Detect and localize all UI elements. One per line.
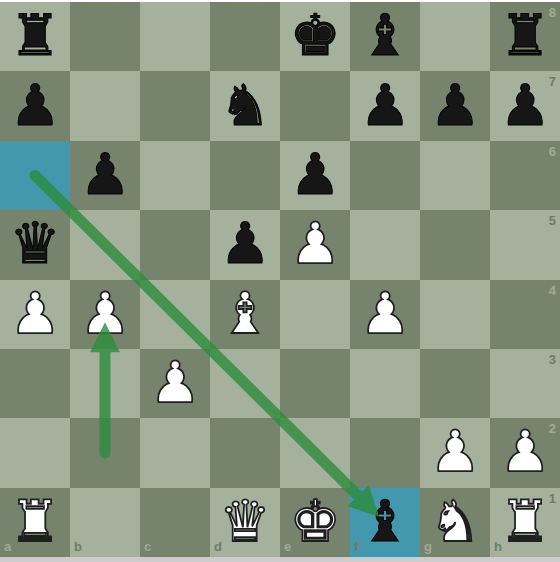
white-rook[interactable]: ♜ bbox=[499, 493, 550, 550]
square-e1[interactable]: e♚ bbox=[280, 488, 350, 557]
black-bishop[interactable]: ♝ bbox=[359, 7, 410, 64]
white-pawn[interactable]: ♟ bbox=[359, 285, 410, 342]
square-b1[interactable]: b bbox=[70, 488, 140, 557]
square-b2[interactable] bbox=[70, 418, 140, 487]
square-d6[interactable] bbox=[210, 141, 280, 210]
square-a6[interactable] bbox=[0, 141, 70, 210]
white-knight[interactable]: ♞ bbox=[429, 493, 480, 550]
white-pawn[interactable]: ♟ bbox=[9, 285, 60, 342]
chess-board: ♜♚♝8♜♟♞♟♟7♟♟♟6♛♟♟5♟♟♝♟4♟3♟2♟a♜bcd♛e♚f♝g♞… bbox=[0, 2, 560, 557]
square-e2[interactable] bbox=[280, 418, 350, 487]
black-pawn[interactable]: ♟ bbox=[79, 146, 130, 203]
square-e3[interactable] bbox=[280, 349, 350, 418]
square-f2[interactable] bbox=[350, 418, 420, 487]
black-queen[interactable]: ♛ bbox=[9, 215, 60, 272]
screenshot-bottom-border bbox=[0, 557, 560, 562]
square-a1[interactable]: a♜ bbox=[0, 488, 70, 557]
black-pawn[interactable]: ♟ bbox=[499, 77, 550, 134]
square-g5[interactable] bbox=[420, 210, 490, 279]
square-a3[interactable] bbox=[0, 349, 70, 418]
square-c8[interactable] bbox=[140, 2, 210, 71]
square-g6[interactable] bbox=[420, 141, 490, 210]
square-f8[interactable]: ♝ bbox=[350, 2, 420, 71]
square-b4[interactable]: ♟ bbox=[70, 280, 140, 349]
square-g2[interactable]: ♟ bbox=[420, 418, 490, 487]
square-a4[interactable]: ♟ bbox=[0, 280, 70, 349]
square-f5[interactable] bbox=[350, 210, 420, 279]
black-rook[interactable]: ♜ bbox=[499, 7, 550, 64]
square-e5[interactable]: ♟ bbox=[280, 210, 350, 279]
square-d1[interactable]: d♛ bbox=[210, 488, 280, 557]
square-b6[interactable]: ♟ bbox=[70, 141, 140, 210]
black-pawn[interactable]: ♟ bbox=[429, 77, 480, 134]
square-c2[interactable] bbox=[140, 418, 210, 487]
board-squares: ♜♚♝8♜♟♞♟♟7♟♟♟6♛♟♟5♟♟♝♟4♟3♟2♟a♜bcd♛e♚f♝g♞… bbox=[0, 2, 560, 557]
square-b5[interactable] bbox=[70, 210, 140, 279]
black-king[interactable]: ♚ bbox=[289, 7, 340, 64]
square-h1[interactable]: h1♜ bbox=[490, 488, 560, 557]
white-pawn[interactable]: ♟ bbox=[79, 285, 130, 342]
black-rook[interactable]: ♜ bbox=[9, 7, 60, 64]
square-a8[interactable]: ♜ bbox=[0, 2, 70, 71]
white-pawn[interactable]: ♟ bbox=[149, 354, 200, 411]
square-h3[interactable]: 3 bbox=[490, 349, 560, 418]
square-d4[interactable]: ♝ bbox=[210, 280, 280, 349]
square-b7[interactable] bbox=[70, 71, 140, 140]
square-b8[interactable] bbox=[70, 2, 140, 71]
square-h2[interactable]: 2♟ bbox=[490, 418, 560, 487]
square-f4[interactable]: ♟ bbox=[350, 280, 420, 349]
square-d5[interactable]: ♟ bbox=[210, 210, 280, 279]
black-pawn[interactable]: ♟ bbox=[289, 146, 340, 203]
square-f6[interactable] bbox=[350, 141, 420, 210]
white-pawn[interactable]: ♟ bbox=[499, 423, 550, 480]
square-c4[interactable] bbox=[140, 280, 210, 349]
black-pawn[interactable]: ♟ bbox=[219, 215, 270, 272]
square-c6[interactable] bbox=[140, 141, 210, 210]
square-d3[interactable] bbox=[210, 349, 280, 418]
black-pawn[interactable]: ♟ bbox=[9, 77, 60, 134]
square-d2[interactable] bbox=[210, 418, 280, 487]
white-queen[interactable]: ♛ bbox=[219, 493, 270, 550]
square-f1[interactable]: f♝ bbox=[350, 488, 420, 557]
square-c3[interactable]: ♟ bbox=[140, 349, 210, 418]
square-h8[interactable]: 8♜ bbox=[490, 2, 560, 71]
square-d7[interactable]: ♞ bbox=[210, 71, 280, 140]
square-a2[interactable] bbox=[0, 418, 70, 487]
file-label-b: b bbox=[74, 540, 82, 553]
black-knight[interactable]: ♞ bbox=[219, 77, 270, 134]
square-g3[interactable] bbox=[420, 349, 490, 418]
square-g4[interactable] bbox=[420, 280, 490, 349]
square-e8[interactable]: ♚ bbox=[280, 2, 350, 71]
square-b3[interactable] bbox=[70, 349, 140, 418]
square-e6[interactable]: ♟ bbox=[280, 141, 350, 210]
square-c1[interactable]: c bbox=[140, 488, 210, 557]
rank-label-6: 6 bbox=[549, 145, 556, 158]
square-f3[interactable] bbox=[350, 349, 420, 418]
square-e4[interactable] bbox=[280, 280, 350, 349]
rank-label-5: 5 bbox=[549, 214, 556, 227]
square-g1[interactable]: g♞ bbox=[420, 488, 490, 557]
square-f7[interactable]: ♟ bbox=[350, 71, 420, 140]
rank-label-4: 4 bbox=[549, 284, 556, 297]
white-pawn[interactable]: ♟ bbox=[289, 215, 340, 272]
rank-label-3: 3 bbox=[549, 353, 556, 366]
square-d8[interactable] bbox=[210, 2, 280, 71]
white-rook[interactable]: ♜ bbox=[9, 493, 60, 550]
black-pawn[interactable]: ♟ bbox=[359, 77, 410, 134]
white-king[interactable]: ♚ bbox=[289, 493, 340, 550]
square-h4[interactable]: 4 bbox=[490, 280, 560, 349]
square-h6[interactable]: 6 bbox=[490, 141, 560, 210]
file-label-f: f bbox=[354, 540, 358, 553]
square-h7[interactable]: 7♟ bbox=[490, 71, 560, 140]
square-h5[interactable]: 5 bbox=[490, 210, 560, 279]
black-bishop[interactable]: ♝ bbox=[359, 493, 410, 550]
square-e7[interactable] bbox=[280, 71, 350, 140]
square-g7[interactable]: ♟ bbox=[420, 71, 490, 140]
square-c5[interactable] bbox=[140, 210, 210, 279]
square-g8[interactable] bbox=[420, 2, 490, 71]
white-bishop[interactable]: ♝ bbox=[219, 285, 270, 342]
file-label-c: c bbox=[144, 540, 151, 553]
square-a5[interactable]: ♛ bbox=[0, 210, 70, 279]
square-a7[interactable]: ♟ bbox=[0, 71, 70, 140]
white-pawn[interactable]: ♟ bbox=[429, 423, 480, 480]
square-c7[interactable] bbox=[140, 71, 210, 140]
